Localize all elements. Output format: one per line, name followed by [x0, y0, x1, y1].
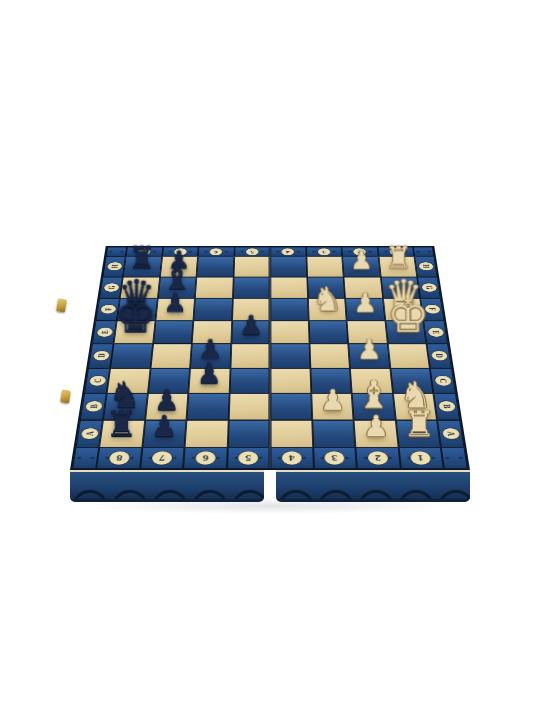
- piece-black-pawn[interactable]: ♟: [156, 290, 194, 314]
- piece-white-rook[interactable]: ♜: [380, 244, 417, 272]
- square-a3[interactable]: [312, 420, 356, 448]
- coordinate-label-4: 4: [281, 451, 303, 466]
- piece-white-pawn[interactable]: ♟: [355, 413, 397, 440]
- square-e3[interactable]: [308, 321, 348, 344]
- piece-white-pawn[interactable]: ♟: [343, 248, 380, 271]
- square-e8[interactable]: ♚: [114, 321, 156, 344]
- coordinate-label-1: 1: [409, 451, 433, 466]
- coordinate-label-H: H: [106, 262, 123, 271]
- coordinate-label-6: 6: [209, 248, 223, 256]
- square-d4[interactable]: [270, 344, 310, 368]
- border-front-rank-label: 5: [227, 447, 270, 468]
- piece-black-pawn[interactable]: ♟: [143, 413, 185, 440]
- border-back-rank-label: 4: [270, 247, 306, 256]
- piece-white-rook[interactable]: ♜: [397, 408, 439, 440]
- square-f6[interactable]: [193, 298, 232, 320]
- coordinate-label-A: A: [79, 427, 99, 439]
- board-scene: 87654321H♜♟♟♜HG♝GF♛♟♞♟♛FE♚♟♚ED♟♟DC♟CB♞♟♟…: [70, 66, 470, 470]
- square-a6[interactable]: [185, 420, 229, 448]
- square-f3[interactable]: ♞: [308, 298, 347, 320]
- square-c6[interactable]: ♟: [188, 368, 230, 393]
- square-b6[interactable]: [186, 393, 229, 419]
- border-front-rank-label: 4: [270, 447, 313, 468]
- border-front-rank-label: 6: [183, 447, 227, 468]
- coordinate-label-5: 5: [245, 248, 259, 256]
- square-h6[interactable]: [196, 256, 233, 277]
- border-back-rank-label: 3: [306, 247, 342, 256]
- border-front-rank-label: 8: [96, 447, 142, 468]
- hinge-icon: [56, 298, 67, 312]
- piece-black-rook[interactable]: ♜: [124, 244, 161, 272]
- square-f2[interactable]: ♟: [345, 298, 385, 320]
- coordinate-label-8: 8: [107, 451, 131, 466]
- coordinate-label-D: D: [92, 350, 111, 361]
- piece-white-pawn[interactable]: ♟: [312, 386, 354, 412]
- coordinate-label-5: 5: [237, 451, 259, 466]
- square-d2[interactable]: ♟: [348, 344, 390, 368]
- square-e7[interactable]: [153, 321, 194, 344]
- piece-white-pawn[interactable]: ♟: [349, 336, 389, 361]
- square-a5[interactable]: [227, 420, 270, 448]
- board-shadow: [85, 498, 455, 514]
- piece-black-pawn[interactable]: ♟: [189, 361, 230, 387]
- square-g5[interactable]: [232, 277, 270, 298]
- square-d1[interactable]: [387, 344, 429, 368]
- coordinate-label-4: 4: [281, 248, 295, 256]
- square-e5[interactable]: ♟: [231, 321, 270, 344]
- square-d3[interactable]: [309, 344, 350, 368]
- square-g6[interactable]: [195, 277, 233, 298]
- square-f4[interactable]: [270, 298, 308, 320]
- square-g4[interactable]: [270, 277, 308, 298]
- piece-black-king[interactable]: ♚: [114, 295, 153, 338]
- square-b5[interactable]: [228, 393, 270, 419]
- border-corner: [72, 447, 99, 468]
- coordinate-label-A: A: [440, 427, 460, 439]
- square-c4[interactable]: [270, 368, 311, 393]
- piece-black-pawn[interactable]: ♟: [231, 313, 270, 338]
- border-corner: [441, 447, 468, 468]
- fold-seam: [268, 247, 272, 469]
- coordinate-label-2: 2: [366, 451, 389, 466]
- square-b3[interactable]: ♟: [311, 393, 354, 419]
- square-a2[interactable]: ♟: [354, 420, 399, 448]
- border-front-rank-label: 7: [140, 447, 185, 468]
- piece-black-rook[interactable]: ♜: [100, 408, 142, 440]
- coordinate-label-3: 3: [317, 248, 331, 256]
- piece-white-bishop[interactable]: ♝: [353, 378, 395, 413]
- coordinate-label-E: E: [95, 327, 113, 337]
- hinge-icon: [60, 389, 71, 403]
- coordinate-label-7: 7: [151, 451, 174, 466]
- board-3d: 87654321H♜♟♟♜HG♝GF♛♟♞♟♛FE♚♟♚ED♟♟DC♟CB♞♟♟…: [70, 246, 470, 470]
- piece-white-king[interactable]: ♚: [387, 295, 426, 338]
- coordinate-label-6: 6: [194, 451, 217, 466]
- square-a7[interactable]: ♟: [142, 420, 187, 448]
- square-e1[interactable]: ♚: [385, 321, 427, 344]
- square-b4[interactable]: [270, 393, 312, 419]
- square-d7[interactable]: [150, 344, 192, 368]
- square-f7[interactable]: ♟: [155, 298, 195, 320]
- coordinate-label-3: 3: [323, 451, 346, 466]
- border-front-rank-label: 3: [313, 447, 357, 468]
- chess-set-photo: 87654321H♜♟♟♜HG♝GF♛♟♞♟♛FE♚♟♚ED♟♟DC♟CB♞♟♟…: [0, 0, 540, 720]
- coordinate-label-H: H: [417, 262, 434, 271]
- border-front-rank-label: 2: [355, 447, 400, 468]
- square-c5[interactable]: [229, 368, 270, 393]
- square-d8[interactable]: [110, 344, 152, 368]
- square-a1[interactable]: ♜: [395, 420, 441, 448]
- border-back-rank-label: 5: [234, 247, 270, 256]
- border-left-file-label: A: [76, 420, 103, 448]
- coordinate-label-D: D: [430, 350, 449, 361]
- border-back-rank-label: 6: [198, 247, 234, 256]
- piece-white-knight[interactable]: ♞: [308, 284, 346, 315]
- piece-white-pawn[interactable]: ♟: [346, 290, 384, 314]
- square-a8[interactable]: ♜: [99, 420, 145, 448]
- square-d5[interactable]: [230, 344, 270, 368]
- border-right-file-label: D: [426, 344, 451, 368]
- square-a4[interactable]: [270, 420, 313, 448]
- square-h4[interactable]: [270, 256, 307, 277]
- border-front-rank-label: 1: [398, 447, 444, 468]
- square-h5[interactable]: [233, 256, 270, 277]
- square-h3[interactable]: [306, 256, 343, 277]
- square-e4[interactable]: [270, 321, 309, 344]
- square-h2[interactable]: ♟: [342, 256, 380, 277]
- border-right-file-label: A: [437, 420, 464, 448]
